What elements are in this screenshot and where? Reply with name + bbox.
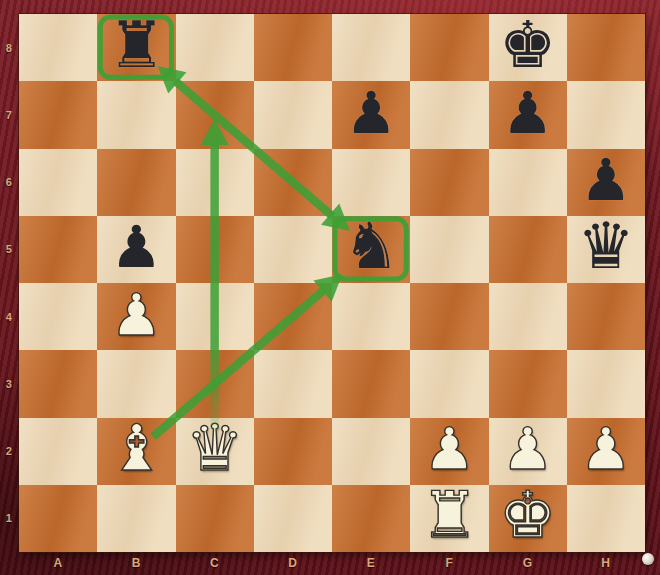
piece-black-pawn-b5[interactable]: ♟ — [110, 218, 162, 276]
square-c1[interactable] — [176, 485, 254, 552]
piece-black-rook-b8[interactable]: ♜ — [108, 13, 165, 77]
square-h4[interactable] — [567, 283, 645, 350]
square-d2[interactable] — [254, 418, 332, 485]
piece-white-pawn-b4[interactable]: ♟ — [110, 285, 162, 343]
file-label-E: E — [367, 556, 376, 570]
piece-white-bishop-b2[interactable]: ♝ — [108, 417, 165, 481]
square-d3[interactable] — [254, 350, 332, 417]
square-e4[interactable] — [332, 283, 410, 350]
square-c4[interactable] — [176, 283, 254, 350]
square-b7[interactable] — [97, 81, 175, 148]
square-d7[interactable] — [254, 81, 332, 148]
square-b1[interactable] — [97, 485, 175, 552]
square-h7[interactable] — [567, 81, 645, 148]
square-e1[interactable] — [332, 485, 410, 552]
square-c3[interactable] — [176, 350, 254, 417]
square-a7[interactable] — [19, 81, 97, 148]
square-h1[interactable] — [567, 485, 645, 552]
corner-dot — [642, 553, 654, 565]
square-e6[interactable] — [332, 149, 410, 216]
square-c6[interactable] — [176, 149, 254, 216]
piece-white-pawn-g2[interactable]: ♟ — [502, 420, 554, 478]
square-f7[interactable] — [410, 81, 488, 148]
square-e2[interactable] — [332, 418, 410, 485]
rank-label-4: 4 — [6, 311, 13, 323]
square-a1[interactable] — [19, 485, 97, 552]
rank-label-8: 8 — [6, 42, 13, 54]
square-e8[interactable] — [332, 14, 410, 81]
piece-white-pawn-h2[interactable]: ♟ — [580, 420, 632, 478]
square-d4[interactable] — [254, 283, 332, 350]
square-f6[interactable] — [410, 149, 488, 216]
file-label-A: A — [54, 556, 63, 570]
piece-white-rook-f1[interactable]: ♜ — [421, 484, 478, 548]
square-d5[interactable] — [254, 216, 332, 283]
square-c8[interactable] — [176, 14, 254, 81]
piece-black-king-g8[interactable]: ♚ — [499, 13, 556, 77]
piece-black-knight-e5[interactable]: ♞ — [342, 215, 399, 279]
square-d8[interactable] — [254, 14, 332, 81]
rank-label-6: 6 — [6, 176, 13, 188]
square-c7[interactable] — [176, 81, 254, 148]
square-b6[interactable] — [97, 149, 175, 216]
square-a6[interactable] — [19, 149, 97, 216]
square-c5[interactable] — [176, 216, 254, 283]
rank-label-1: 1 — [6, 512, 13, 524]
square-g3[interactable] — [489, 350, 567, 417]
piece-black-queen-h5[interactable]: ♛ — [577, 215, 634, 279]
rank-label-5: 5 — [6, 243, 13, 255]
file-label-B: B — [132, 556, 141, 570]
square-d6[interactable] — [254, 149, 332, 216]
piece-white-king-g1[interactable]: ♚ — [499, 484, 556, 548]
square-e3[interactable] — [332, 350, 410, 417]
piece-black-pawn-e7[interactable]: ♟ — [345, 84, 397, 142]
file-label-H: H — [601, 556, 610, 570]
board-frame: ♜♚♟♟♟♟♞♛♟♝♛♟♟♟♜♚ 87654321 ABCDEFGH — [0, 0, 660, 575]
square-a4[interactable] — [19, 283, 97, 350]
square-h8[interactable] — [567, 14, 645, 81]
square-b3[interactable] — [97, 350, 175, 417]
file-label-F: F — [445, 556, 453, 570]
square-h3[interactable] — [567, 350, 645, 417]
square-a3[interactable] — [19, 350, 97, 417]
file-label-G: G — [523, 556, 533, 570]
square-a5[interactable] — [19, 216, 97, 283]
square-d1[interactable] — [254, 485, 332, 552]
piece-white-pawn-f2[interactable]: ♟ — [423, 420, 475, 478]
square-g5[interactable] — [489, 216, 567, 283]
rank-label-7: 7 — [6, 109, 13, 121]
square-g6[interactable] — [489, 149, 567, 216]
square-a2[interactable] — [19, 418, 97, 485]
square-g4[interactable] — [489, 283, 567, 350]
rank-label-3: 3 — [6, 378, 13, 390]
piece-white-queen-c2[interactable]: ♛ — [186, 417, 243, 481]
square-f5[interactable] — [410, 216, 488, 283]
chess-board: ♜♚♟♟♟♟♞♛♟♝♛♟♟♟♜♚ — [19, 14, 645, 552]
square-a8[interactable] — [19, 14, 97, 81]
piece-black-pawn-h6[interactable]: ♟ — [580, 151, 632, 209]
square-f4[interactable] — [410, 283, 488, 350]
square-f3[interactable] — [410, 350, 488, 417]
square-f8[interactable] — [410, 14, 488, 81]
file-label-C: C — [210, 556, 219, 570]
file-label-D: D — [288, 556, 297, 570]
rank-label-2: 2 — [6, 445, 13, 457]
piece-black-pawn-g7[interactable]: ♟ — [502, 84, 554, 142]
